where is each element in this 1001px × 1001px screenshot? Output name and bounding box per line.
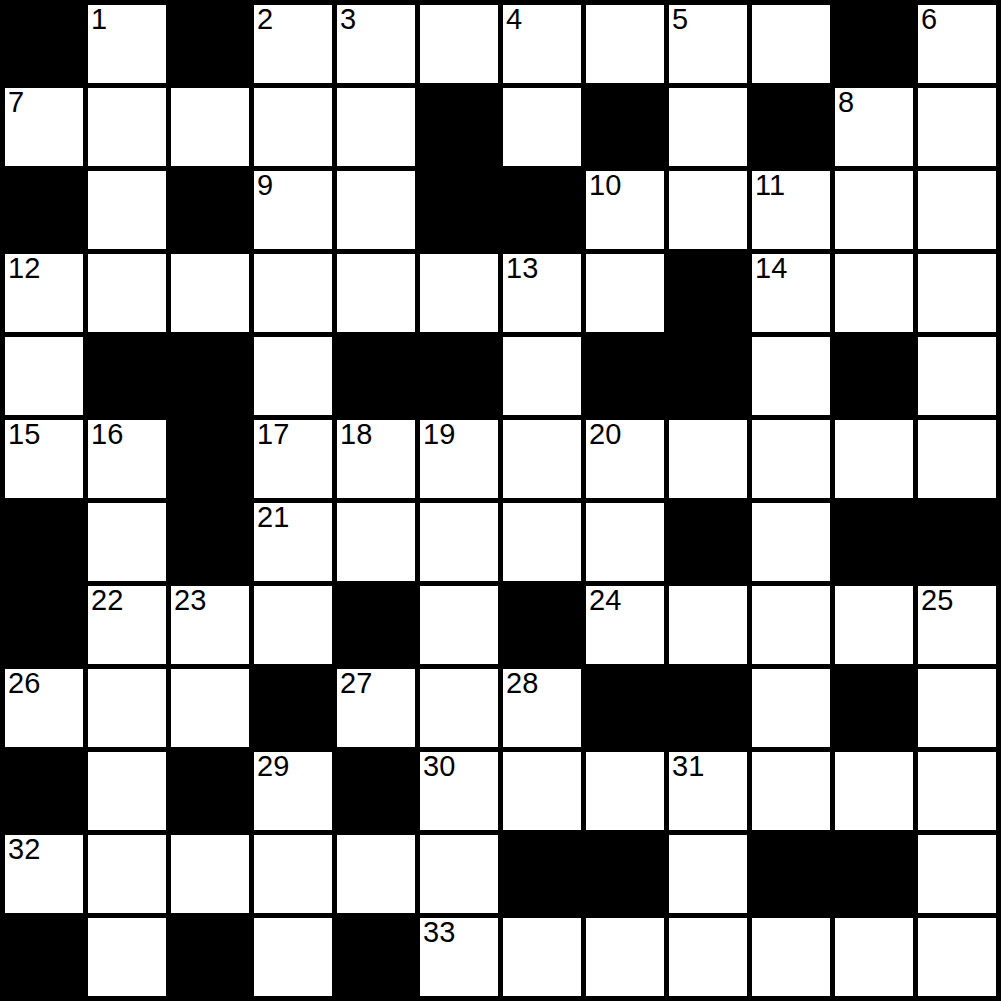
clue-number: 8 — [838, 88, 854, 117]
grid-cell[interactable]: 1 — [88, 5, 166, 83]
grid-cell[interactable] — [337, 835, 415, 913]
grid-cell[interactable] — [171, 669, 249, 747]
grid-cell[interactable] — [586, 752, 664, 830]
grid-cell[interactable] — [254, 88, 332, 166]
clue-number: 1 — [91, 5, 107, 34]
blocked-cell — [5, 5, 83, 83]
grid-cell[interactable]: 31 — [669, 752, 747, 830]
grid-cell[interactable] — [835, 171, 913, 249]
grid-cell[interactable] — [420, 503, 498, 581]
grid-cell[interactable]: 8 — [835, 88, 913, 166]
clue-number: 18 — [340, 420, 372, 449]
blocked-cell — [337, 586, 415, 664]
grid-cell[interactable] — [88, 171, 166, 249]
grid-cell[interactable]: 23 — [171, 586, 249, 664]
grid-cell[interactable] — [88, 918, 166, 996]
blocked-cell — [669, 337, 747, 415]
grid-cell[interactable] — [254, 254, 332, 332]
clue-number: 19 — [423, 420, 455, 449]
clue-number: 23 — [174, 586, 206, 615]
grid-cell[interactable] — [669, 586, 747, 664]
blocked-cell — [669, 669, 747, 747]
blocked-cell — [337, 752, 415, 830]
grid-cell[interactable] — [918, 254, 996, 332]
grid-cell[interactable] — [835, 752, 913, 830]
grid-cell[interactable] — [503, 752, 581, 830]
grid-cell[interactable] — [918, 752, 996, 830]
grid-cell[interactable] — [918, 88, 996, 166]
blocked-cell — [337, 918, 415, 996]
blocked-cell — [586, 88, 664, 166]
grid-cell[interactable] — [254, 835, 332, 913]
grid-cell[interactable] — [337, 254, 415, 332]
grid-cell[interactable] — [88, 503, 166, 581]
grid-cell[interactable] — [918, 171, 996, 249]
blocked-cell — [503, 171, 581, 249]
grid-cell[interactable]: 30 — [420, 752, 498, 830]
crossword-board: 1234567891011121314151617181920212223242… — [0, 0, 1001, 1001]
grid-cell[interactable] — [503, 503, 581, 581]
grid-cell[interactable] — [669, 88, 747, 166]
blocked-cell — [752, 835, 830, 913]
blocked-cell — [586, 337, 664, 415]
grid-cell[interactable] — [835, 420, 913, 498]
blocked-cell — [503, 835, 581, 913]
grid-cell[interactable] — [669, 420, 747, 498]
grid-cell[interactable]: 26 — [5, 669, 83, 747]
blocked-cell — [171, 752, 249, 830]
clue-number: 5 — [672, 5, 688, 34]
grid-cell[interactable] — [503, 88, 581, 166]
clue-number: 17 — [257, 420, 289, 449]
clue-number: 29 — [257, 752, 289, 781]
grid-cell[interactable] — [88, 88, 166, 166]
grid-cell[interactable]: 6 — [918, 5, 996, 83]
blocked-cell — [586, 835, 664, 913]
blocked-cell — [420, 88, 498, 166]
blocked-cell — [337, 337, 415, 415]
blocked-cell — [835, 337, 913, 415]
blocked-cell — [835, 669, 913, 747]
clue-number: 7 — [8, 88, 24, 117]
clue-number: 28 — [506, 669, 538, 698]
clue-number: 14 — [755, 254, 787, 283]
grid-cell[interactable]: 12 — [5, 254, 83, 332]
grid-cell[interactable]: 18 — [337, 420, 415, 498]
blocked-cell — [586, 669, 664, 747]
blocked-cell — [669, 254, 747, 332]
grid-cell[interactable] — [503, 420, 581, 498]
clue-number: 10 — [589, 171, 621, 200]
grid-cell[interactable] — [918, 337, 996, 415]
clue-number: 16 — [91, 420, 123, 449]
clue-number: 13 — [506, 254, 538, 283]
grid-cell[interactable] — [420, 586, 498, 664]
blocked-cell — [5, 586, 83, 664]
clue-number: 4 — [506, 5, 522, 34]
clue-number: 24 — [589, 586, 621, 615]
grid-cell[interactable] — [835, 586, 913, 664]
blocked-cell — [5, 171, 83, 249]
grid-cell[interactable]: 21 — [254, 503, 332, 581]
grid-cell[interactable]: 14 — [752, 254, 830, 332]
blocked-cell — [171, 337, 249, 415]
grid-cell[interactable] — [669, 835, 747, 913]
grid-cell[interactable] — [835, 918, 913, 996]
grid-cell[interactable] — [586, 503, 664, 581]
blocked-cell — [5, 918, 83, 996]
grid-cell[interactable] — [752, 503, 830, 581]
clue-number: 11 — [755, 171, 785, 200]
grid-cell[interactable] — [88, 254, 166, 332]
blocked-cell — [420, 171, 498, 249]
blocked-cell — [503, 586, 581, 664]
grid-cell[interactable] — [88, 669, 166, 747]
blocked-cell — [835, 835, 913, 913]
grid-cell[interactable] — [254, 918, 332, 996]
clue-number: 30 — [423, 752, 455, 781]
grid-cell[interactable]: 22 — [88, 586, 166, 664]
grid-cell[interactable] — [420, 669, 498, 747]
grid-cell[interactable] — [752, 918, 830, 996]
grid-cell[interactable] — [586, 5, 664, 83]
grid-cell[interactable]: 5 — [669, 5, 747, 83]
clue-number: 3 — [340, 5, 356, 34]
clue-number: 21 — [257, 503, 289, 532]
grid-cell[interactable] — [586, 254, 664, 332]
clue-number: 12 — [8, 254, 40, 283]
clue-number: 32 — [8, 835, 40, 864]
grid-cell[interactable] — [752, 586, 830, 664]
grid-cell[interactable] — [337, 503, 415, 581]
grid-cell[interactable] — [752, 669, 830, 747]
grid-cell[interactable] — [503, 337, 581, 415]
grid-cell[interactable]: 13 — [503, 254, 581, 332]
grid-cell[interactable] — [669, 171, 747, 249]
grid-cell[interactable] — [337, 171, 415, 249]
grid-cell[interactable]: 10 — [586, 171, 664, 249]
grid-cell[interactable] — [337, 88, 415, 166]
grid-cell[interactable] — [669, 918, 747, 996]
blocked-cell — [835, 5, 913, 83]
grid-cell[interactable]: 3 — [337, 5, 415, 83]
grid-cell[interactable] — [752, 5, 830, 83]
grid-cell[interactable]: 27 — [337, 669, 415, 747]
clue-number: 20 — [589, 420, 621, 449]
blocked-cell — [88, 337, 166, 415]
blocked-cell — [752, 88, 830, 166]
grid-cell[interactable]: 4 — [503, 5, 581, 83]
grid-cell[interactable]: 28 — [503, 669, 581, 747]
clue-number: 26 — [8, 669, 40, 698]
grid-cell[interactable]: 25 — [918, 586, 996, 664]
grid-cell[interactable]: 2 — [254, 5, 332, 83]
clue-number: 2 — [257, 5, 273, 34]
grid-cell[interactable] — [171, 254, 249, 332]
clue-number: 25 — [921, 586, 953, 615]
clue-number: 15 — [8, 420, 40, 449]
clue-number: 6 — [921, 5, 937, 34]
blocked-cell — [171, 420, 249, 498]
grid-cell[interactable]: 33 — [420, 918, 498, 996]
blocked-cell — [254, 669, 332, 747]
grid-cell[interactable] — [503, 918, 581, 996]
grid-cell[interactable] — [918, 669, 996, 747]
blocked-cell — [171, 503, 249, 581]
grid-cell[interactable] — [171, 88, 249, 166]
grid-cell[interactable] — [88, 752, 166, 830]
grid-cell[interactable] — [5, 337, 83, 415]
grid-cell[interactable] — [420, 5, 498, 83]
grid-cell[interactable] — [752, 752, 830, 830]
grid-cell[interactable]: 20 — [586, 420, 664, 498]
clue-number: 27 — [340, 669, 372, 698]
grid-cell[interactable]: 11 — [752, 171, 830, 249]
grid-cell[interactable] — [420, 835, 498, 913]
grid-cell[interactable] — [752, 420, 830, 498]
blocked-cell — [171, 5, 249, 83]
blocked-cell — [835, 503, 913, 581]
grid-cell[interactable] — [420, 254, 498, 332]
grid-cell[interactable] — [918, 918, 996, 996]
grid-cell[interactable]: 32 — [5, 835, 83, 913]
clue-number: 22 — [91, 586, 123, 615]
clue-number: 33 — [423, 918, 455, 947]
blocked-cell — [171, 171, 249, 249]
grid-cell[interactable]: 24 — [586, 586, 664, 664]
blocked-cell — [171, 918, 249, 996]
blocked-cell — [918, 503, 996, 581]
grid-cell[interactable]: 16 — [88, 420, 166, 498]
grid-cell[interactable]: 19 — [420, 420, 498, 498]
grid-cell[interactable] — [254, 337, 332, 415]
grid-cell[interactable] — [586, 918, 664, 996]
grid-cell[interactable]: 15 — [5, 420, 83, 498]
blocked-cell — [420, 337, 498, 415]
grid-cell[interactable] — [254, 586, 332, 664]
grid-cell[interactable] — [88, 835, 166, 913]
grid-cell[interactable] — [835, 254, 913, 332]
grid-cell[interactable] — [752, 337, 830, 415]
grid-cell[interactable] — [918, 420, 996, 498]
grid-cell[interactable]: 29 — [254, 752, 332, 830]
blocked-cell — [669, 503, 747, 581]
grid-cell[interactable]: 17 — [254, 420, 332, 498]
clue-number: 31 — [672, 752, 704, 781]
grid-cell[interactable] — [918, 835, 996, 913]
grid-cell[interactable]: 7 — [5, 88, 83, 166]
blocked-cell — [5, 503, 83, 581]
grid-cell[interactable]: 9 — [254, 171, 332, 249]
blocked-cell — [5, 752, 83, 830]
clue-number: 9 — [257, 171, 273, 200]
grid-cell[interactable] — [171, 835, 249, 913]
